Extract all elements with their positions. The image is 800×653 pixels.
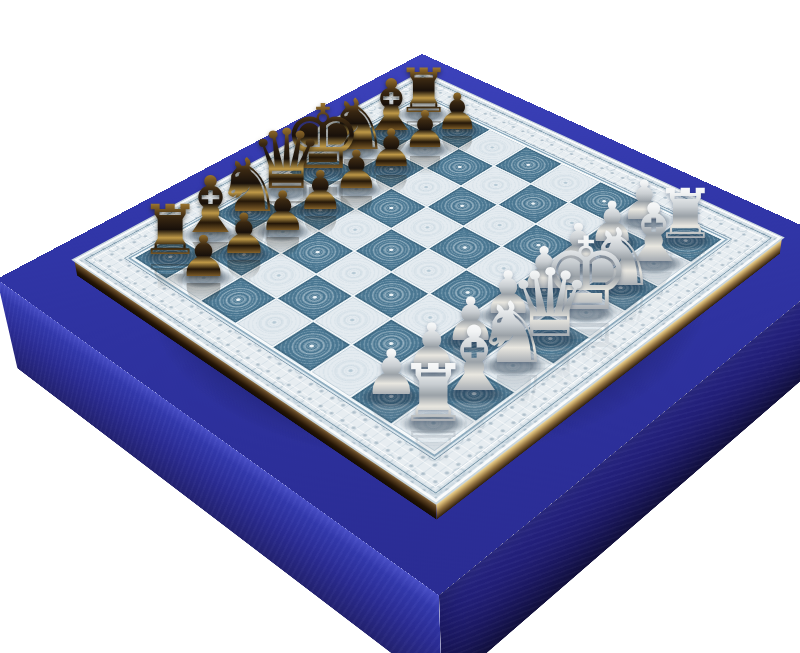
piece-black-pawn-a7: ♟ [178, 228, 229, 285]
rook-glyph: ♜ [398, 354, 469, 433]
pawn-glyph: ♟ [178, 228, 229, 285]
pieces-layer: ♜♜♝♝♞♞♛♛♚♚♞♞♝♝♜♜♟♟♟♟♟♟♟♟♟♟♟♟♟♟♟♟♟♟♟♟♟♟♟♟… [0, 0, 800, 653]
piece-white-rook-a1: ♜ [398, 354, 469, 433]
product-photo-stage: ♜♜♝♝♞♞♛♛♚♚♞♞♝♝♜♜♟♟♟♟♟♟♟♟♟♟♟♟♟♟♟♟♟♟♟♟♟♟♟♟… [0, 0, 800, 653]
